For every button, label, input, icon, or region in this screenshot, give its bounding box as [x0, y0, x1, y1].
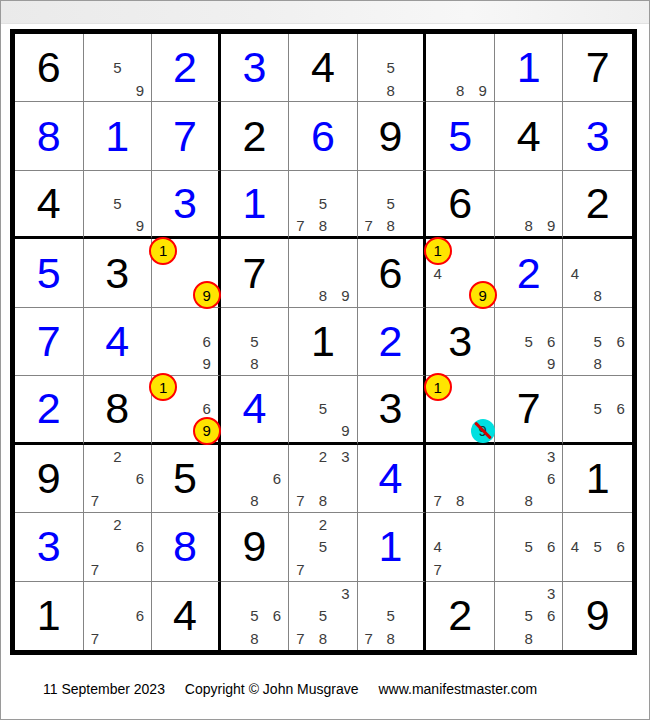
- entered-digit: 2: [37, 387, 61, 430]
- cell-r6c2: 8: [84, 376, 153, 444]
- entered-digit: 5: [37, 252, 61, 295]
- cell-r2c1: 8: [15, 102, 84, 170]
- candidate-digit: 9: [333, 419, 357, 443]
- cell-r8c5: 257: [289, 513, 358, 581]
- candidate-digit: 8: [311, 626, 335, 650]
- candidate-highlight-yellow: 9: [193, 281, 221, 309]
- cell-r3c1: 4: [15, 171, 84, 239]
- cell-r4c5: 89: [289, 239, 358, 307]
- candidate-digit: 6: [128, 466, 152, 490]
- candidate-digit: 8: [242, 489, 266, 513]
- candidate-digit: 3: [333, 581, 357, 605]
- candidate-digit: 7: [288, 489, 312, 513]
- entered-digit: 4: [105, 320, 129, 363]
- candidate-digit: 5: [586, 535, 610, 559]
- cell-r4c1: 5: [15, 239, 84, 307]
- candidate-digit: 6: [195, 329, 219, 353]
- cell-r3c7: 6: [426, 171, 495, 239]
- candidate-digit: 6: [539, 329, 563, 353]
- candidate-digit: 8: [379, 626, 403, 650]
- cell-r4c6: 6: [358, 239, 427, 307]
- given-digit: 9: [37, 457, 61, 500]
- cell-r8c8: 56: [495, 513, 564, 581]
- cell-r2c8: 4: [495, 102, 564, 170]
- entered-digit: 8: [173, 525, 197, 568]
- given-digit: 5: [173, 457, 197, 500]
- given-digit: 3: [448, 320, 472, 363]
- candidate-digit: 2: [311, 444, 335, 468]
- candidate-digit: 4: [426, 535, 450, 559]
- cell-r8c2: 267: [84, 513, 153, 581]
- candidate-digit: 7: [357, 213, 381, 237]
- cell-r7c7: 78: [426, 445, 495, 513]
- cell-r7c2: 267: [84, 445, 153, 513]
- entered-digit: 2: [379, 320, 403, 363]
- entered-digit: 7: [37, 320, 61, 363]
- cell-r5c3: 69: [152, 308, 221, 376]
- cell-r2c2: 1: [84, 102, 153, 170]
- candidate-digit: 9: [471, 78, 495, 102]
- candidate-digit: 7: [288, 626, 312, 650]
- cell-r1c3: 2: [152, 34, 221, 102]
- candidate-digit: 6: [609, 535, 633, 559]
- cell-r6c4: 4: [221, 376, 290, 444]
- cell-r5c5: 1: [289, 308, 358, 376]
- cell-r9c1: 1: [15, 582, 84, 650]
- cell-r9c3: 4: [152, 582, 221, 650]
- cell-r5c4: 58: [221, 308, 290, 376]
- entered-digit: 4: [242, 387, 266, 430]
- candidate-highlight-yellow: 1: [424, 237, 452, 265]
- given-digit: 1: [586, 457, 610, 500]
- candidate-digit: 5: [517, 329, 541, 353]
- candidate-digit: 8: [379, 78, 403, 102]
- given-digit: 6: [37, 46, 61, 89]
- candidate-highlight-yellow: 1: [149, 373, 177, 401]
- entered-digit: 1: [379, 525, 403, 568]
- candidate-digit: 6: [609, 397, 633, 421]
- candidate-digit: 5: [379, 192, 403, 216]
- given-digit: 7: [242, 252, 266, 295]
- cell-r7c6: 4: [358, 445, 427, 513]
- cell-r1c9: 7: [563, 34, 632, 102]
- cell-r4c9: 48: [563, 239, 632, 307]
- candidate-digit: 9: [128, 213, 152, 237]
- top-bar: [1, 1, 649, 24]
- cell-r2c4: 2: [221, 102, 290, 170]
- given-digit: 3: [379, 387, 403, 430]
- sudoku-board: 6592345889178172695434593157857868925319…: [10, 29, 637, 655]
- candidate-digit: 5: [105, 192, 129, 216]
- candidate-digit: 5: [311, 535, 335, 559]
- given-digit: 8: [105, 387, 129, 430]
- candidate-digit: 5: [311, 192, 335, 216]
- entered-digit: 2: [517, 252, 541, 295]
- candidate-highlight-yellow: 9: [469, 281, 497, 309]
- given-digit: 9: [379, 115, 403, 158]
- candidate-digit: 7: [83, 489, 107, 513]
- candidate-digit: 8: [517, 626, 541, 650]
- candidate-digit: 5: [242, 604, 266, 628]
- page: 6592345889178172695434593157857868925319…: [0, 0, 650, 720]
- cell-r7c8: 368: [495, 445, 564, 513]
- cell-r7c3: 5: [152, 445, 221, 513]
- cell-r1c2: 59: [84, 34, 153, 102]
- candidate-digit: 4: [563, 261, 587, 285]
- candidate-digit: 8: [448, 489, 472, 513]
- cell-r6c3: 169: [152, 376, 221, 444]
- candidate-digit: 6: [128, 604, 152, 628]
- cell-r1c4: 3: [221, 34, 290, 102]
- cell-r6c6: 3: [358, 376, 427, 444]
- candidate-digit: 9: [333, 283, 357, 307]
- candidate-digit: 6: [128, 535, 152, 559]
- cell-r3c3: 3: [152, 171, 221, 239]
- cell-r1c7: 89: [426, 34, 495, 102]
- cell-r9c9: 9: [563, 582, 632, 650]
- given-digit: 9: [242, 525, 266, 568]
- candidate-digit: 7: [83, 626, 107, 650]
- candidate-digit: 7: [426, 489, 450, 513]
- cell-r3c8: 89: [495, 171, 564, 239]
- given-digit: 4: [37, 182, 61, 225]
- cell-r1c6: 58: [358, 34, 427, 102]
- given-digit: 4: [173, 594, 197, 637]
- cell-r8c9: 456: [563, 513, 632, 581]
- candidate-digit: 5: [379, 56, 403, 80]
- entered-digit: 3: [37, 525, 61, 568]
- candidate-highlight-yellow: 1: [149, 237, 177, 265]
- cell-r1c5: 4: [289, 34, 358, 102]
- candidate-digit: 8: [311, 283, 335, 307]
- given-digit: 1: [311, 320, 335, 363]
- candidate-digit: 7: [288, 213, 312, 237]
- candidate-digit: 5: [517, 535, 541, 559]
- cell-r3c4: 1: [221, 171, 290, 239]
- cell-r5c6: 2: [358, 308, 427, 376]
- given-digit: 4: [311, 46, 335, 89]
- footer: 11 September 2023 Copyright © John Musgr…: [43, 681, 553, 697]
- candidate-digit: 6: [609, 329, 633, 353]
- cell-r9c2: 67: [84, 582, 153, 650]
- cell-r6c9: 56: [563, 376, 632, 444]
- cell-r7c5: 2378: [289, 445, 358, 513]
- cell-r5c2: 4: [84, 308, 153, 376]
- candidate-digit: 3: [539, 581, 563, 605]
- candidate-digit: 5: [586, 329, 610, 353]
- candidate-digit: 3: [539, 444, 563, 468]
- cell-r3c5: 578: [289, 171, 358, 239]
- cell-r8c1: 3: [15, 513, 84, 581]
- entered-digit: 1: [242, 182, 266, 225]
- cell-r2c7: 5: [426, 102, 495, 170]
- cell-r2c6: 9: [358, 102, 427, 170]
- entered-digit: 1: [105, 115, 129, 158]
- given-digit: 2: [586, 182, 610, 225]
- candidate-digit: 8: [242, 352, 266, 376]
- cell-r8c6: 1: [358, 513, 427, 581]
- candidate-digit: 9: [539, 213, 563, 237]
- candidate-digit: 5: [517, 604, 541, 628]
- cell-r9c6: 578: [358, 582, 427, 650]
- candidate-digit: 6: [265, 466, 289, 490]
- cell-r5c8: 569: [495, 308, 564, 376]
- candidate-digit: 2: [311, 513, 335, 537]
- cell-r9c4: 568: [221, 582, 290, 650]
- candidate-digit: 5: [311, 397, 335, 421]
- cell-r4c2: 3: [84, 239, 153, 307]
- candidate-digit: 8: [448, 78, 472, 102]
- footer-website: www.manifestmaster.com: [378, 681, 537, 697]
- candidate-digit: 3: [333, 444, 357, 468]
- cell-r6c8: 7: [495, 376, 564, 444]
- candidate-digit: 7: [426, 557, 450, 581]
- cell-r8c7: 47: [426, 513, 495, 581]
- given-digit: 2: [448, 594, 472, 637]
- candidate-digit: 9: [128, 78, 152, 102]
- entered-digit: 1: [517, 46, 541, 89]
- candidate-digit: 7: [288, 557, 312, 581]
- candidate-digit: 8: [242, 626, 266, 650]
- cell-r5c9: 568: [563, 308, 632, 376]
- cell-r3c9: 2: [563, 171, 632, 239]
- cell-r9c8: 3568: [495, 582, 564, 650]
- candidate-digit: 7: [357, 626, 381, 650]
- given-digit: 6: [379, 252, 403, 295]
- entered-digit: 6: [311, 115, 335, 158]
- given-digit: 1: [37, 594, 61, 637]
- candidate-digit: 5: [311, 604, 335, 628]
- cell-r7c9: 1: [563, 445, 632, 513]
- candidate-digit: 6: [265, 604, 289, 628]
- candidate-digit: 5: [379, 604, 403, 628]
- given-digit: 9: [586, 594, 610, 637]
- entered-digit: 3: [173, 182, 197, 225]
- entered-digit: 7: [173, 115, 197, 158]
- cell-r9c7: 2: [426, 582, 495, 650]
- candidate-digit: 5: [242, 329, 266, 353]
- candidate-digit: 8: [586, 283, 610, 307]
- cell-r4c7: 149: [426, 239, 495, 307]
- footer-copyright: Copyright © John Musgrave: [185, 681, 359, 697]
- entered-digit: 5: [448, 115, 472, 158]
- given-digit: 2: [242, 115, 266, 158]
- cell-r5c1: 7: [15, 308, 84, 376]
- candidate-digit: 9: [195, 352, 219, 376]
- entered-digit: 4: [379, 457, 403, 500]
- candidate-digit: 8: [379, 213, 403, 237]
- given-digit: 4: [517, 115, 541, 158]
- cell-r9c5: 3578: [289, 582, 358, 650]
- cell-r8c4: 9: [221, 513, 290, 581]
- cell-r6c7: 19: [426, 376, 495, 444]
- given-digit: 3: [105, 252, 129, 295]
- cell-r6c5: 59: [289, 376, 358, 444]
- candidate-highlight-yellow: 9: [193, 417, 221, 445]
- cell-r6c1: 2: [15, 376, 84, 444]
- candidate-digit: 5: [105, 56, 129, 80]
- cell-r4c4: 7: [221, 239, 290, 307]
- cell-r7c4: 68: [221, 445, 290, 513]
- candidate-digit: 2: [105, 444, 129, 468]
- entered-digit: 2: [173, 46, 197, 89]
- cell-r2c9: 3: [563, 102, 632, 170]
- candidate-digit: 7: [83, 557, 107, 581]
- candidate-digit: 4: [563, 535, 587, 559]
- cell-r3c2: 59: [84, 171, 153, 239]
- cell-r1c8: 1: [495, 34, 564, 102]
- cell-r5c7: 3: [426, 308, 495, 376]
- candidate-digit: 2: [105, 513, 129, 537]
- candidate-digit: 8: [517, 489, 541, 513]
- entered-digit: 8: [37, 115, 61, 158]
- entered-digit: 3: [242, 46, 266, 89]
- cell-r1c1: 6: [15, 34, 84, 102]
- candidate-digit: 6: [539, 466, 563, 490]
- candidate-highlight-cyan: 9: [471, 419, 495, 443]
- candidate-digit: 8: [517, 213, 541, 237]
- cell-r2c3: 7: [152, 102, 221, 170]
- candidate-digit: 8: [586, 352, 610, 376]
- cell-r8c3: 8: [152, 513, 221, 581]
- candidate-digit: 6: [539, 535, 563, 559]
- given-digit: 6: [448, 182, 472, 225]
- cell-r2c5: 6: [289, 102, 358, 170]
- given-digit: 7: [586, 46, 610, 89]
- candidate-digit: 6: [539, 604, 563, 628]
- candidate-digit: 8: [311, 489, 335, 513]
- footer-date: 11 September 2023: [43, 681, 165, 697]
- cell-r7c1: 9: [15, 445, 84, 513]
- entered-digit: 3: [586, 115, 610, 158]
- cell-r4c8: 2: [495, 239, 564, 307]
- cell-r4c3: 19: [152, 239, 221, 307]
- candidate-digit: 8: [311, 213, 335, 237]
- candidate-highlight-yellow: 1: [424, 373, 452, 401]
- candidate-digit: 5: [586, 397, 610, 421]
- cell-r3c6: 578: [358, 171, 427, 239]
- given-digit: 7: [517, 387, 541, 430]
- candidate-digit: 9: [539, 352, 563, 376]
